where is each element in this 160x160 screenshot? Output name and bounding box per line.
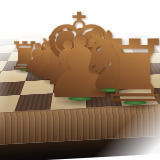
pieces-layer: ♞♜♟♝♟♛♟♚♟♝♟♞♜: [0, 0, 160, 160]
piece-h1-rook: ♜: [96, 28, 160, 114]
chess-set-photo: ♞♜♟♝♟♛♟♚♟♝♟♞♜: [0, 0, 160, 160]
